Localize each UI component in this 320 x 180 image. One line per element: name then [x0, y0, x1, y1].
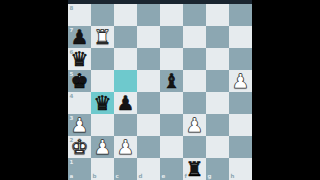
square-c5[interactable]	[114, 70, 137, 92]
piece-black-pawn[interactable]: ♟	[68, 26, 91, 48]
piece-black-bishop[interactable]: ♝	[160, 70, 183, 92]
square-c2[interactable]: ♟	[114, 136, 137, 158]
file-label: g	[208, 173, 212, 179]
piece-black-queen[interactable]: ♛	[68, 48, 91, 70]
square-d7[interactable]	[137, 26, 160, 48]
square-d8[interactable]	[137, 4, 160, 26]
chess-board[interactable]: 87♟♜6♛5♚♝♟4♛♟3♟♟2♚♟♟1abcdef♜gh	[68, 4, 252, 180]
square-g6[interactable]	[206, 48, 229, 70]
square-g4[interactable]	[206, 92, 229, 114]
square-e3[interactable]	[160, 114, 183, 136]
file-label: a	[70, 173, 74, 179]
square-c8[interactable]	[114, 4, 137, 26]
square-g8[interactable]	[206, 4, 229, 26]
square-d1[interactable]: d	[137, 158, 160, 180]
piece-white-pawn[interactable]: ♟	[229, 70, 252, 92]
square-h3[interactable]	[229, 114, 252, 136]
piece-black-king[interactable]: ♚	[68, 70, 91, 92]
square-h7[interactable]	[229, 26, 252, 48]
square-g5[interactable]	[206, 70, 229, 92]
piece-white-rook[interactable]: ♜	[91, 26, 114, 48]
square-b8[interactable]	[91, 4, 114, 26]
square-a2[interactable]: 2♚	[68, 136, 91, 158]
square-f5[interactable]	[183, 70, 206, 92]
square-d3[interactable]	[137, 114, 160, 136]
square-a7[interactable]: 7♟	[68, 26, 91, 48]
rank-label: 8	[70, 5, 74, 11]
file-label: c	[116, 173, 119, 179]
square-g7[interactable]	[206, 26, 229, 48]
file-label: e	[162, 173, 166, 179]
file-label: h	[231, 173, 235, 179]
square-d4[interactable]	[137, 92, 160, 114]
square-a4[interactable]: 4	[68, 92, 91, 114]
square-a5[interactable]: 5♚	[68, 70, 91, 92]
square-h8[interactable]	[229, 4, 252, 26]
square-c6[interactable]	[114, 48, 137, 70]
square-f3[interactable]: ♟	[183, 114, 206, 136]
square-e4[interactable]	[160, 92, 183, 114]
square-b3[interactable]	[91, 114, 114, 136]
square-c7[interactable]	[114, 26, 137, 48]
piece-white-pawn[interactable]: ♟	[68, 114, 91, 136]
square-d2[interactable]	[137, 136, 160, 158]
square-f2[interactable]	[183, 136, 206, 158]
square-a1[interactable]: 1a	[68, 158, 91, 180]
square-e1[interactable]: e	[160, 158, 183, 180]
square-h6[interactable]	[229, 48, 252, 70]
square-b1[interactable]: b	[91, 158, 114, 180]
piece-white-king[interactable]: ♚	[68, 136, 91, 158]
square-c3[interactable]	[114, 114, 137, 136]
video-frame: 87♟♜6♛5♚♝♟4♛♟3♟♟2♚♟♟1abcdef♜gh	[0, 0, 320, 180]
square-d5[interactable]	[137, 70, 160, 92]
piece-black-pawn[interactable]: ♟	[114, 92, 137, 114]
square-e6[interactable]	[160, 48, 183, 70]
piece-white-pawn[interactable]: ♟	[91, 136, 114, 158]
square-a6[interactable]: 6♛	[68, 48, 91, 70]
file-label: b	[93, 173, 97, 179]
square-g1[interactable]: g	[206, 158, 229, 180]
file-label: d	[139, 173, 143, 179]
square-f8[interactable]	[183, 4, 206, 26]
square-a3[interactable]: 3♟	[68, 114, 91, 136]
square-h1[interactable]: h	[229, 158, 252, 180]
square-e5[interactable]: ♝	[160, 70, 183, 92]
square-d6[interactable]	[137, 48, 160, 70]
square-f6[interactable]	[183, 48, 206, 70]
board-column: 87♟♜6♛5♚♝♟4♛♟3♟♟2♚♟♟1abcdef♜gh	[68, 0, 252, 180]
rank-label: 4	[70, 93, 74, 99]
square-h5[interactable]: ♟	[229, 70, 252, 92]
square-b6[interactable]	[91, 48, 114, 70]
square-f7[interactable]	[183, 26, 206, 48]
square-b2[interactable]: ♟	[91, 136, 114, 158]
square-a8[interactable]: 8	[68, 4, 91, 26]
piece-white-pawn[interactable]: ♟	[183, 114, 206, 136]
piece-black-rook[interactable]: ♜	[183, 158, 206, 180]
square-h4[interactable]	[229, 92, 252, 114]
square-e8[interactable]	[160, 4, 183, 26]
square-c1[interactable]: c	[114, 158, 137, 180]
square-h2[interactable]	[229, 136, 252, 158]
piece-white-pawn[interactable]: ♟	[114, 136, 137, 158]
square-b4[interactable]: ♛	[91, 92, 114, 114]
square-b7[interactable]: ♜	[91, 26, 114, 48]
square-e7[interactable]	[160, 26, 183, 48]
piece-black-queen[interactable]: ♛	[91, 92, 114, 114]
square-g2[interactable]	[206, 136, 229, 158]
square-b5[interactable]	[91, 70, 114, 92]
square-c4[interactable]: ♟	[114, 92, 137, 114]
square-e2[interactable]	[160, 136, 183, 158]
square-f1[interactable]: f♜	[183, 158, 206, 180]
square-g3[interactable]	[206, 114, 229, 136]
rank-label: 1	[70, 159, 74, 165]
square-f4[interactable]	[183, 92, 206, 114]
